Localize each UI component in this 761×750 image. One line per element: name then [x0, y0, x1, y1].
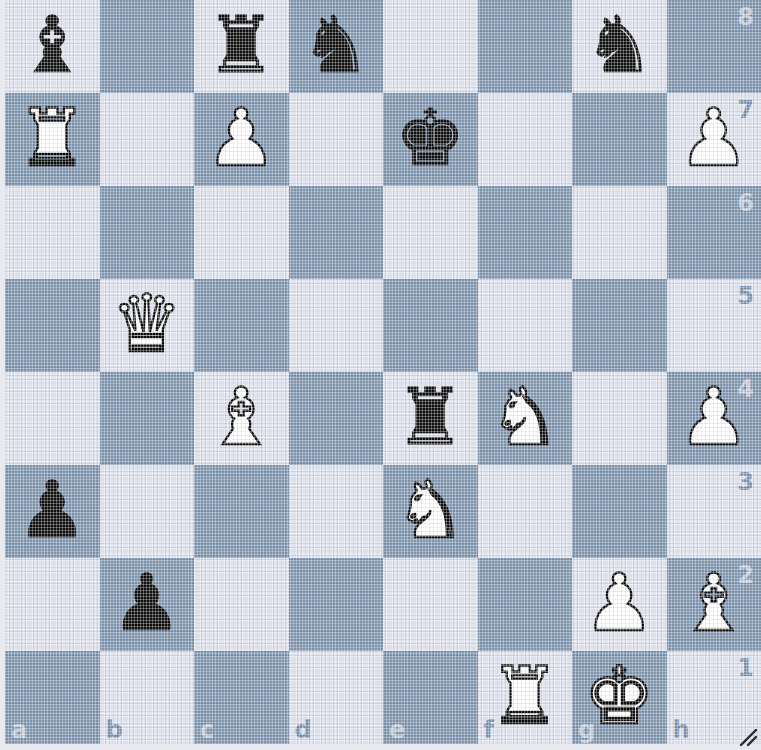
square-a7[interactable]: ♜ — [5, 93, 100, 186]
piece-white-rook[interactable]: ♜ — [489, 657, 560, 736]
rank-label-5: 5 — [737, 284, 754, 308]
square-g3[interactable] — [572, 465, 667, 558]
square-c6[interactable] — [194, 186, 289, 279]
piece-black-rook[interactable]: ♜ — [395, 378, 466, 457]
square-h2[interactable]: ♝2 — [667, 558, 761, 651]
piece-black-pawn[interactable]: ♟ — [17, 471, 88, 550]
piece-black-knight[interactable]: ♞ — [300, 6, 371, 85]
square-e4[interactable]: ♜ — [383, 372, 478, 465]
piece-white-knight[interactable]: ♞ — [395, 471, 466, 550]
file-label-d: d — [295, 718, 312, 742]
square-b4[interactable] — [100, 372, 195, 465]
square-a4[interactable] — [5, 372, 100, 465]
square-f6[interactable] — [478, 186, 573, 279]
square-e2[interactable] — [383, 558, 478, 651]
square-g7[interactable] — [572, 93, 667, 186]
file-label-c: c — [200, 718, 214, 742]
square-e6[interactable] — [383, 186, 478, 279]
square-d4[interactable] — [289, 372, 384, 465]
resize-grip-icon[interactable] — [734, 723, 758, 747]
square-f5[interactable] — [478, 279, 573, 372]
square-g8[interactable]: ♞ — [572, 0, 667, 93]
file-label-b: b — [106, 718, 123, 742]
piece-white-pawn[interactable]: ♟ — [206, 99, 277, 178]
piece-white-pawn[interactable]: ♟ — [584, 564, 655, 643]
square-e7[interactable]: ♚ — [383, 93, 478, 186]
square-a3[interactable]: ♟ — [5, 465, 100, 558]
square-d3[interactable] — [289, 465, 384, 558]
chess-board: ♝♜♞♞8♜♟♚♟76♛5♝♜♞♟4♟♞3♟♟♝2abcde♜f♚g1h — [5, 0, 761, 744]
file-label-a: a — [11, 718, 27, 742]
square-e1[interactable]: e — [383, 651, 478, 744]
square-f7[interactable] — [478, 93, 573, 186]
square-c1[interactable]: c — [194, 651, 289, 744]
square-c7[interactable]: ♟ — [194, 93, 289, 186]
piece-black-pawn[interactable]: ♟ — [111, 564, 182, 643]
square-d1[interactable]: d — [289, 651, 384, 744]
square-g5[interactable] — [572, 279, 667, 372]
square-b6[interactable] — [100, 186, 195, 279]
chess-app-window: ♝♜♞♞8♜♟♚♟76♛5♝♜♞♟4♟♞3♟♟♝2abcde♜f♚g1h — [0, 0, 761, 750]
square-e8[interactable] — [383, 0, 478, 93]
piece-white-bishop[interactable]: ♝ — [206, 378, 277, 457]
square-b3[interactable] — [100, 465, 195, 558]
piece-black-rook[interactable]: ♜ — [206, 6, 277, 85]
square-c2[interactable] — [194, 558, 289, 651]
rank-label-6: 6 — [737, 191, 754, 215]
square-g4[interactable] — [572, 372, 667, 465]
square-g2[interactable]: ♟ — [572, 558, 667, 651]
piece-black-king[interactable]: ♚ — [395, 99, 466, 178]
square-d8[interactable]: ♞ — [289, 0, 384, 93]
square-h4[interactable]: ♟4 — [667, 372, 761, 465]
file-label-f: f — [484, 718, 494, 742]
square-f3[interactable] — [478, 465, 573, 558]
square-g1[interactable]: ♚g — [572, 651, 667, 744]
square-b8[interactable] — [100, 0, 195, 93]
file-label-e: e — [389, 718, 405, 742]
piece-white-queen[interactable]: ♛ — [111, 285, 182, 364]
rank-label-1: 1 — [737, 656, 754, 680]
square-a8[interactable]: ♝ — [5, 0, 100, 93]
square-c4[interactable]: ♝ — [194, 372, 289, 465]
square-d2[interactable] — [289, 558, 384, 651]
square-f2[interactable] — [478, 558, 573, 651]
square-d7[interactable] — [289, 93, 384, 186]
rank-label-7: 7 — [737, 98, 754, 122]
square-f4[interactable]: ♞ — [478, 372, 573, 465]
square-f1[interactable]: ♜f — [478, 651, 573, 744]
square-d6[interactable] — [289, 186, 384, 279]
rank-label-2: 2 — [737, 563, 754, 587]
square-b2[interactable]: ♟ — [100, 558, 195, 651]
piece-white-rook[interactable]: ♜ — [17, 99, 88, 178]
piece-white-knight[interactable]: ♞ — [489, 378, 560, 457]
square-a1[interactable]: a — [5, 651, 100, 744]
square-h8[interactable]: 8 — [667, 0, 761, 93]
square-b7[interactable] — [100, 93, 195, 186]
square-h7[interactable]: ♟7 — [667, 93, 761, 186]
square-g6[interactable] — [572, 186, 667, 279]
file-label-g: g — [578, 718, 595, 742]
rank-label-3: 3 — [737, 470, 754, 494]
square-b1[interactable]: b — [100, 651, 195, 744]
file-label-h: h — [673, 718, 690, 742]
piece-black-knight[interactable]: ♞ — [584, 6, 655, 85]
square-e3[interactable]: ♞ — [383, 465, 478, 558]
square-d5[interactable] — [289, 279, 384, 372]
square-f8[interactable] — [478, 0, 573, 93]
square-b5[interactable]: ♛ — [100, 279, 195, 372]
rank-label-4: 4 — [737, 377, 754, 401]
piece-black-bishop[interactable]: ♝ — [17, 6, 88, 85]
square-h5[interactable]: 5 — [667, 279, 761, 372]
square-e5[interactable] — [383, 279, 478, 372]
square-a5[interactable] — [5, 279, 100, 372]
square-a6[interactable] — [5, 186, 100, 279]
square-c3[interactable] — [194, 465, 289, 558]
square-h6[interactable]: 6 — [667, 186, 761, 279]
square-c8[interactable]: ♜ — [194, 0, 289, 93]
square-h3[interactable]: 3 — [667, 465, 761, 558]
square-c5[interactable] — [194, 279, 289, 372]
square-a2[interactable] — [5, 558, 100, 651]
rank-label-8: 8 — [737, 5, 754, 29]
